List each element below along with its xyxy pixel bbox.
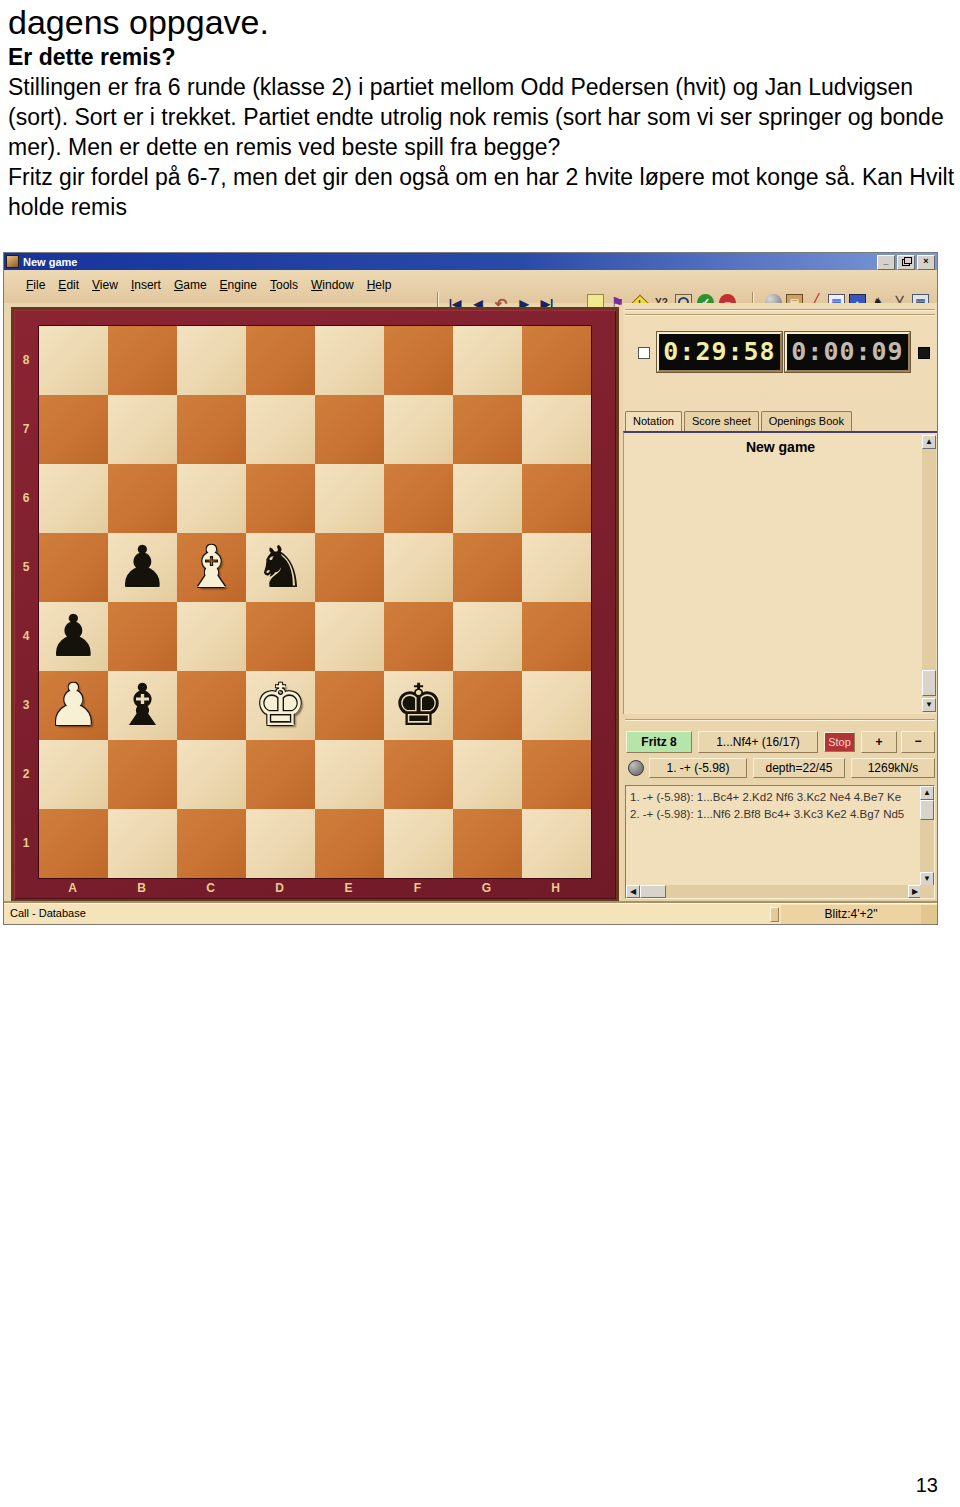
square-d4[interactable] <box>246 602 315 671</box>
square-h7[interactable] <box>522 395 591 464</box>
menu-window[interactable]: Window <box>311 278 354 292</box>
square-c3[interactable] <box>177 671 246 740</box>
square-h6[interactable] <box>522 464 591 533</box>
engine-status-led <box>628 760 644 776</box>
rank-label-5: 5 <box>14 532 38 601</box>
engine-lines: 1. -+ (-5.98): 1...Bc4+ 2.Kd2 Nf6 3.Kc2 … <box>626 786 934 823</box>
square-g2[interactable] <box>453 740 522 809</box>
square-b5[interactable]: ♟ <box>108 533 177 602</box>
status-left-text: Call - Database <box>10 904 86 923</box>
square-d3[interactable]: ♚ <box>246 671 315 740</box>
scroll-down-icon[interactable]: ▼ <box>922 698 936 712</box>
square-h8[interactable] <box>522 326 591 395</box>
notation-scrollbar[interactable]: ▲ ▼ <box>922 435 936 712</box>
scrollbar-corner <box>920 885 934 898</box>
menu-engine[interactable]: Engine <box>220 278 257 292</box>
rank-label-3: 3 <box>14 670 38 739</box>
window-buttons: _× <box>877 255 935 270</box>
menu-insert[interactable]: Insert <box>131 278 161 292</box>
close-button[interactable]: × <box>917 255 935 270</box>
rank-label-8: 8 <box>14 325 38 394</box>
analysis-hscrollbar[interactable]: ◀ ▶ <box>626 885 922 898</box>
engine-line-1[interactable]: 1. -+ (-5.98): 1...Bc4+ 2.Kd2 Nf6 3.Kc2 … <box>626 789 922 806</box>
engine-speed-field: 1269kN/s <box>851 758 935 778</box>
square-g5[interactable] <box>453 533 522 602</box>
menu-view[interactable]: View <box>92 278 118 292</box>
square-f4[interactable] <box>384 602 453 671</box>
square-e5[interactable] <box>315 533 384 602</box>
square-g8[interactable] <box>453 326 522 395</box>
square-a8[interactable] <box>39 326 108 395</box>
piece-black-king-f3[interactable]: ♚ <box>384 671 453 740</box>
square-d7[interactable] <box>246 395 315 464</box>
engine-depth-field: depth=22/45 <box>753 758 845 778</box>
square-c8[interactable] <box>177 326 246 395</box>
clock-side-indicator <box>918 347 930 359</box>
engine-best-line-field: 1...Nf4+ (16/17) <box>698 731 818 753</box>
right-panel: 0:29:58 0:00:09 NotationScore sheetOpeni… <box>623 303 937 904</box>
square-d6[interactable] <box>246 464 315 533</box>
square-a5[interactable] <box>39 533 108 602</box>
file-label-a: A <box>38 877 107 898</box>
piece-white-bishop-c5[interactable]: ♝ <box>177 533 246 602</box>
engine-plus-button[interactable]: + <box>861 731 897 753</box>
square-g1[interactable] <box>453 809 522 878</box>
square-a4[interactable]: ♟ <box>39 602 108 671</box>
notation-game-title: New game <box>624 439 937 455</box>
square-h4[interactable] <box>522 602 591 671</box>
file-label-d: D <box>245 877 314 898</box>
black-clock: 0:00:09 <box>785 332 910 372</box>
app-icon <box>6 255 19 268</box>
file-label-c: C <box>176 877 245 898</box>
menu-edit[interactable]: Edit <box>58 278 79 292</box>
rank-label-6: 6 <box>14 463 38 532</box>
doc-heading: dagens oppgave. <box>8 2 956 42</box>
engine-eval-field: 1. -+ (-5.98) <box>649 758 747 778</box>
scroll-left-icon[interactable]: ◀ <box>626 885 640 898</box>
splitter-groove[interactable] <box>625 314 935 315</box>
square-f7[interactable] <box>384 395 453 464</box>
square-g6[interactable] <box>453 464 522 533</box>
chess-board: 87654321 ABCDEFGH ♟♝♞♟♟♝♚♚ <box>11 307 619 902</box>
analysis-vscrollbar[interactable]: ▲ ▼ <box>920 786 934 886</box>
document-text: dagens oppgave. Er dette remis? Stilling… <box>8 2 956 222</box>
statusbar-grip[interactable] <box>770 907 779 922</box>
piece-black-bishop-b3[interactable]: ♝ <box>108 671 177 740</box>
file-label-b: B <box>107 877 176 898</box>
square-b8[interactable] <box>108 326 177 395</box>
square-c7[interactable] <box>177 395 246 464</box>
menu-tools[interactable]: Tools <box>270 278 298 292</box>
square-h1[interactable] <box>522 809 591 878</box>
tab-score-sheet[interactable]: Score sheet <box>684 411 759 431</box>
clock-checkbox[interactable] <box>638 347 650 359</box>
square-e8[interactable] <box>315 326 384 395</box>
statusbar: Call - Database Blitz:4'+2" <box>4 903 937 924</box>
square-a2[interactable] <box>39 740 108 809</box>
square-d5[interactable]: ♞ <box>246 533 315 602</box>
rank-labels: 87654321 <box>14 325 38 877</box>
piece-black-pawn-b5[interactable]: ♟ <box>108 533 177 602</box>
square-b4[interactable] <box>108 602 177 671</box>
tab-openings-book[interactable]: Openings Book <box>761 411 852 431</box>
engine-minus-button[interactable]: − <box>901 731 935 753</box>
square-h5[interactable] <box>522 533 591 602</box>
piece-black-knight-d5[interactable]: ♞ <box>246 533 315 602</box>
white-clock: 0:29:58 <box>657 332 782 372</box>
engine-stop-button[interactable]: Stop <box>824 732 855 752</box>
engine-name-button[interactable]: Fritz 8 <box>626 731 692 753</box>
menu-game[interactable]: Game <box>174 278 207 292</box>
file-label-f: F <box>383 877 452 898</box>
splitter-groove[interactable] <box>625 719 935 720</box>
scroll-up-icon[interactable]: ▲ <box>920 786 934 800</box>
square-d1[interactable] <box>246 809 315 878</box>
rank-label-2: 2 <box>14 739 38 808</box>
square-a6[interactable] <box>39 464 108 533</box>
doc-paragraph-2: Fritz gir fordel på 6-7, men det gir den… <box>8 162 956 222</box>
square-a1[interactable] <box>39 809 108 878</box>
menu-help[interactable]: Help <box>367 278 392 292</box>
rank-label-7: 7 <box>14 394 38 463</box>
square-d2[interactable] <box>246 740 315 809</box>
page: dagens oppgave. Er dette remis? Stilling… <box>0 0 960 1507</box>
square-b7[interactable] <box>108 395 177 464</box>
splitter-groove[interactable] <box>625 309 935 310</box>
piece-white-pawn-a3[interactable]: ♟ <box>39 671 108 740</box>
board-grid: ♟♝♞♟♟♝♚♚ <box>38 325 592 879</box>
window-title: New game <box>23 256 77 268</box>
square-f2[interactable] <box>384 740 453 809</box>
square-e6[interactable] <box>315 464 384 533</box>
chess-program-window: New game _× FileEditViewInsertGameEngine… <box>3 252 938 925</box>
scrollbar-thumb[interactable] <box>920 800 934 820</box>
titlebar[interactable]: New game _× <box>4 253 937 270</box>
square-b6[interactable] <box>108 464 177 533</box>
file-label-h: H <box>521 877 590 898</box>
square-c6[interactable] <box>177 464 246 533</box>
square-e1[interactable] <box>315 809 384 878</box>
menu-items: FileEditViewInsertGameEngineToolsWindowH… <box>26 278 404 292</box>
file-labels: ABCDEFGH <box>38 877 590 898</box>
engine-line-2[interactable]: 2. -+ (-5.98): 1...Nf6 2.Bf8 Bc4+ 3.Kc3 … <box>626 806 922 823</box>
square-c2[interactable] <box>177 740 246 809</box>
square-g4[interactable] <box>453 602 522 671</box>
tab-notation[interactable]: Notation <box>625 411 682 431</box>
scrollbar-thumb[interactable] <box>922 670 936 696</box>
square-e7[interactable] <box>315 395 384 464</box>
square-f3[interactable]: ♚ <box>384 671 453 740</box>
square-c1[interactable] <box>177 809 246 878</box>
scroll-down-icon[interactable]: ▼ <box>920 872 934 886</box>
black-clock-time: 0:00:09 <box>787 334 908 370</box>
doc-subheading: Er dette remis? <box>8 42 956 72</box>
square-f1[interactable] <box>384 809 453 878</box>
page-number: 13 <box>916 1474 938 1497</box>
square-d8[interactable] <box>246 326 315 395</box>
menubar: FileEditViewInsertGameEngineToolsWindowH… <box>4 270 937 303</box>
square-a7[interactable] <box>39 395 108 464</box>
square-f6[interactable] <box>384 464 453 533</box>
square-g3[interactable] <box>453 671 522 740</box>
minimize-button[interactable]: _ <box>877 255 895 270</box>
square-h2[interactable] <box>522 740 591 809</box>
rank-label-1: 1 <box>14 808 38 877</box>
notation-panel: New game ▲ ▼ <box>623 431 937 714</box>
white-clock-time: 0:29:58 <box>659 334 780 370</box>
rank-label-4: 4 <box>14 601 38 670</box>
file-label-e: E <box>314 877 383 898</box>
piece-white-king-d3[interactable]: ♚ <box>246 671 315 740</box>
square-e3[interactable] <box>315 671 384 740</box>
scrollbar-thumb[interactable] <box>640 885 666 898</box>
file-label-g: G <box>452 877 521 898</box>
restore-button[interactable] <box>897 255 915 270</box>
piece-black-pawn-a4[interactable]: ♟ <box>39 602 108 671</box>
scroll-up-icon[interactable]: ▲ <box>922 435 936 449</box>
square-b3[interactable]: ♝ <box>108 671 177 740</box>
square-f5[interactable] <box>384 533 453 602</box>
doc-paragraph-1: Stillingen er fra 6 runde (klasse 2) i p… <box>8 72 956 162</box>
square-g7[interactable] <box>453 395 522 464</box>
square-f8[interactable] <box>384 326 453 395</box>
square-a3[interactable]: ♟ <box>39 671 108 740</box>
square-b2[interactable] <box>108 740 177 809</box>
status-right-text: Blitz:4'+2" <box>781 905 921 924</box>
square-c5[interactable]: ♝ <box>177 533 246 602</box>
engine-analysis-panel: 1. -+ (-5.98): 1...Bc4+ 2.Kd2 Nf6 3.Kc2 … <box>625 785 935 899</box>
statusbar-end-panel <box>921 905 937 924</box>
square-h3[interactable] <box>522 671 591 740</box>
panel-tabs: NotationScore sheetOpenings Book <box>625 409 854 431</box>
square-b1[interactable] <box>108 809 177 878</box>
square-c4[interactable] <box>177 602 246 671</box>
menu-file[interactable]: File <box>26 278 45 292</box>
square-e4[interactable] <box>315 602 384 671</box>
square-e2[interactable] <box>315 740 384 809</box>
